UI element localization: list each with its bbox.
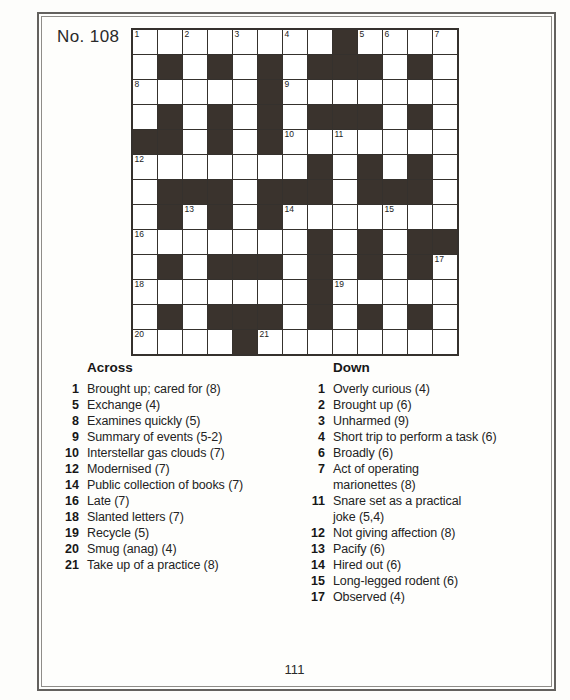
white-cell [383,305,407,329]
white-cell [183,80,207,104]
clue-row: 1Brought up; cared for (8) [57,381,297,397]
white-cell [258,30,282,54]
white-cell [233,130,257,154]
clue-row-number: 1 [57,381,87,397]
white-cell [208,280,232,304]
clue-row: 4Short trip to perform a task (6) [303,429,546,445]
clue-row: 15Long-legged rodent (6) [303,573,546,589]
black-cell [258,255,282,279]
black-cell [408,55,432,79]
black-cell [358,255,382,279]
white-cell [208,155,232,179]
down-title: Down [333,360,546,376]
white-cell [133,55,157,79]
clue-number: 20 [135,330,144,339]
white-cell: 1 [133,30,157,54]
white-cell [158,280,182,304]
white-cell: 18 [133,280,157,304]
white-cell: 8 [133,80,157,104]
clue-row-text: Late (7) [87,493,129,509]
clue-row-text: Snare set as a practical joke (5,4) [333,493,461,525]
clue-row-number: 2 [303,397,333,413]
clue-row-number: 11 [303,493,333,525]
clue-number: 17 [435,255,444,264]
black-cell [433,230,457,254]
white-cell [383,55,407,79]
white-cell [208,30,232,54]
white-cell [383,105,407,129]
white-cell [308,130,332,154]
white-cell [233,205,257,229]
clue-row-text: Hired out (6) [333,557,401,573]
black-cell [308,180,332,204]
clue-row-text: Short trip to perform a task (6) [333,429,497,445]
clue-row: 18Slanted letters (7) [57,509,297,525]
clue-row-number: 8 [57,413,87,429]
clue-row-text: Brought up; cared for (8) [87,381,221,397]
white-cell [283,155,307,179]
white-cell [308,80,332,104]
black-cell [258,105,282,129]
clue-row: 5Exchange (4) [57,397,297,413]
black-cell [408,305,432,329]
white-cell [408,30,432,54]
clue-number: 11 [335,130,344,139]
clue-number: 1 [135,30,140,39]
white-cell: 10 [283,130,307,154]
black-cell [308,255,332,279]
clue-row: 14Hired out (6) [303,557,546,573]
white-cell [408,205,432,229]
clue-row: 8Examines quickly (5) [57,413,297,429]
white-cell [408,130,432,154]
white-cell [358,80,382,104]
down-clues-section: Down 1Overly curious (4)2Brought up (6)3… [303,360,546,605]
clue-row-text: Exchange (4) [87,397,160,413]
black-cell [258,205,282,229]
clue-row-text: Summary of events (5-2) [87,429,222,445]
white-cell [183,55,207,79]
clue-number: 5 [360,30,365,39]
white-cell [383,255,407,279]
white-cell: 21 [258,330,282,354]
white-cell [233,180,257,204]
clue-number: 9 [285,80,290,89]
clue-row: 16Late (7) [57,493,297,509]
clue-row: 7Act of operating marionettes (8) [303,461,546,493]
white-cell [358,205,382,229]
across-clues-section: Across 1Brought up; cared for (8)5Exchan… [57,360,297,573]
white-cell [183,230,207,254]
white-cell [233,105,257,129]
black-cell [233,255,257,279]
clue-row-number: 20 [57,541,87,557]
black-cell [208,130,232,154]
black-cell [358,305,382,329]
white-cell [233,55,257,79]
clue-number: 13 [185,205,194,214]
white-cell [183,330,207,354]
clue-row-number: 18 [57,509,87,525]
clue-row-text: Long-legged rodent (6) [333,573,458,589]
clue-number: 16 [135,230,144,239]
white-cell: 14 [283,205,307,229]
clue-row: 10Interstellar gas clouds (7) [57,445,297,461]
black-cell [233,330,257,354]
clue-row-text: Overly curious (4) [333,381,430,397]
white-cell: 12 [133,155,157,179]
black-cell [408,230,432,254]
white-cell [383,330,407,354]
clue-row-text: Broadly (6) [333,445,393,461]
black-cell [158,255,182,279]
black-cell [308,305,332,329]
clue-row-text: Public collection of books (7) [87,477,243,493]
white-cell [333,255,357,279]
black-cell [358,55,382,79]
clue-number: 3 [235,30,240,39]
down-clues-list: 1Overly curious (4)2Brought up (6)3Unhar… [303,381,546,605]
white-cell [283,255,307,279]
clue-row-number: 12 [57,461,87,477]
clue-number: 15 [385,205,394,214]
white-cell [283,280,307,304]
clue-row-text: Pacify (6) [333,541,385,557]
white-cell [358,330,382,354]
clue-number: 12 [135,155,144,164]
white-cell [433,105,457,129]
black-cell [133,130,157,154]
clue-row: 13Pacify (6) [303,541,546,557]
black-cell [283,180,307,204]
white-cell: 19 [333,280,357,304]
white-cell [133,305,157,329]
white-cell [283,305,307,329]
clue-row-number: 17 [303,589,333,605]
clue-row: 20Smug (anag) (4) [57,541,297,557]
clue-row-text: Slanted letters (7) [87,509,184,525]
white-cell [308,330,332,354]
clue-row-number: 1 [303,381,333,397]
white-cell [433,80,457,104]
white-cell [333,180,357,204]
white-cell [333,230,357,254]
white-cell: 9 [283,80,307,104]
black-cell [358,230,382,254]
white-cell [358,280,382,304]
white-cell [408,330,432,354]
white-cell [158,80,182,104]
clue-row: 12Not giving affection (8) [303,525,546,541]
clue-row-text: Observed (4) [333,589,405,605]
white-cell [258,280,282,304]
clue-row: 12Modernised (7) [57,461,297,477]
clue-row-number: 9 [57,429,87,445]
black-cell [258,180,282,204]
black-cell [308,55,332,79]
white-cell [383,280,407,304]
white-cell: 20 [133,330,157,354]
white-cell: 7 [433,30,457,54]
clue-row-text: Act of operating marionettes (8) [333,461,419,493]
white-cell: 2 [183,30,207,54]
clue-row-number: 16 [57,493,87,509]
white-cell: 6 [383,30,407,54]
clue-row-text: Not giving affection (8) [333,525,455,541]
clue-row-text: Examines quickly (5) [87,413,200,429]
black-cell [308,280,332,304]
puzzle-number-label: No. 108 [57,27,119,47]
clue-row: 3Unharmed (9) [303,413,546,429]
black-cell [308,230,332,254]
white-cell: 17 [433,255,457,279]
white-cell [433,280,457,304]
clue-row: 17Observed (4) [303,589,546,605]
white-cell [133,255,157,279]
white-cell [183,130,207,154]
white-cell [183,305,207,329]
across-clues-list: 1Brought up; cared for (8)5Exchange (4)8… [57,381,297,573]
clue-number: 8 [135,80,140,89]
white-cell [283,230,307,254]
black-cell [408,180,432,204]
white-cell [208,230,232,254]
white-cell [233,280,257,304]
across-title: Across [87,360,297,376]
white-cell [208,330,232,354]
black-cell [258,80,282,104]
clue-row-number: 15 [303,573,333,589]
clue-row-text: Smug (anag) (4) [87,541,177,557]
white-cell [258,230,282,254]
clue-row-number: 3 [303,413,333,429]
clue-number: 6 [385,30,390,39]
white-cell [433,155,457,179]
black-cell [358,105,382,129]
clue-row-number: 19 [57,525,87,541]
white-cell [333,305,357,329]
white-cell [183,155,207,179]
clue-number: 14 [285,205,294,214]
white-cell [133,180,157,204]
white-cell [158,155,182,179]
clue-row-number: 7 [303,461,333,493]
white-cell [158,330,182,354]
white-cell [333,330,357,354]
black-cell [258,305,282,329]
white-cell [133,205,157,229]
clue-number: 10 [285,130,294,139]
page-number: 111 [37,662,552,677]
black-cell [158,180,182,204]
white-cell [308,30,332,54]
clue-row-number: 13 [303,541,333,557]
white-cell [383,80,407,104]
white-cell [333,155,357,179]
black-cell [258,130,282,154]
white-cell [433,180,457,204]
clue-row-number: 10 [57,445,87,461]
clue-row: 9Summary of events (5-2) [57,429,297,445]
clue-row-text: Interstellar gas clouds (7) [87,445,225,461]
white-cell [308,205,332,229]
black-cell [258,55,282,79]
white-cell [333,80,357,104]
white-cell [283,330,307,354]
black-cell [408,255,432,279]
black-cell [158,305,182,329]
black-cell [333,55,357,79]
clue-row-text: Unharmed (9) [333,413,409,429]
black-cell [208,205,232,229]
clue-row-text: Brought up (6) [333,397,412,413]
black-cell [408,105,432,129]
white-cell [383,130,407,154]
clue-row-number: 21 [57,557,87,573]
black-cell [408,155,432,179]
clue-number: 4 [285,30,290,39]
clue-number: 2 [185,30,190,39]
black-cell [158,205,182,229]
black-cell [158,130,182,154]
clue-row-text: Modernised (7) [87,461,170,477]
clue-row-number: 14 [303,557,333,573]
white-cell [258,155,282,179]
white-cell: 4 [283,30,307,54]
clue-row: 6Broadly (6) [303,445,546,461]
clue-number: 19 [335,280,344,289]
clue-row: 1Overly curious (4) [303,381,546,397]
white-cell [433,130,457,154]
clue-number: 21 [260,330,269,339]
white-cell: 13 [183,205,207,229]
white-cell [158,30,182,54]
white-cell: 3 [233,30,257,54]
black-cell [333,30,357,54]
black-cell [208,305,232,329]
black-cell [208,255,232,279]
clue-row-number: 4 [303,429,333,445]
black-cell [308,155,332,179]
black-cell [233,305,257,329]
black-cell [383,180,407,204]
clue-row: 11Snare set as a practical joke (5,4) [303,493,546,525]
clue-row: 19Recycle (5) [57,525,297,541]
black-cell [333,105,357,129]
white-cell [433,55,457,79]
black-cell [208,105,232,129]
black-cell [308,105,332,129]
clue-row: 21Take up of a practice (8) [57,557,297,573]
clue-number: 7 [435,30,440,39]
black-cell [358,180,382,204]
white-cell [208,80,232,104]
white-cell [383,230,407,254]
white-cell [383,155,407,179]
book-page: No. 108 12345678910111213141516171819202… [0,0,570,700]
clue-row: 14Public collection of books (7) [57,477,297,493]
white-cell [333,205,357,229]
white-cell [358,130,382,154]
clue-row-text: Recycle (5) [87,525,149,541]
crossword-grid: 123456789101112131415161718192021 [131,28,459,356]
clue-number: 18 [135,280,144,289]
clue-row-text: Take up of a practice (8) [87,557,219,573]
white-cell [133,105,157,129]
white-cell [183,255,207,279]
clue-row-number: 5 [57,397,87,413]
white-cell [433,205,457,229]
black-cell [158,55,182,79]
black-cell [183,180,207,204]
white-cell: 11 [333,130,357,154]
clue-row-number: 12 [303,525,333,541]
white-cell [183,105,207,129]
clue-row: 2Brought up (6) [303,397,546,413]
white-cell [433,305,457,329]
white-cell [183,280,207,304]
clue-row-number: 14 [57,477,87,493]
white-cell [233,230,257,254]
white-cell [158,230,182,254]
black-cell [208,55,232,79]
white-cell [283,105,307,129]
black-cell [158,105,182,129]
white-cell: 16 [133,230,157,254]
clue-row-number: 6 [303,445,333,461]
white-cell [233,80,257,104]
black-cell [208,180,232,204]
white-cell [233,155,257,179]
white-cell: 5 [358,30,382,54]
white-cell [408,80,432,104]
white-cell: 15 [383,205,407,229]
white-cell [283,55,307,79]
black-cell [358,155,382,179]
white-cell [408,280,432,304]
white-cell [433,330,457,354]
